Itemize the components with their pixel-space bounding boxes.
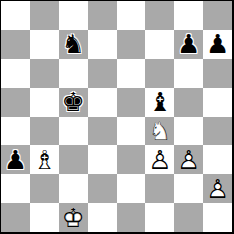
square-g7[interactable]: ♟ — [174, 30, 203, 59]
square-a6[interactable] — [1, 59, 30, 88]
square-b8[interactable] — [30, 1, 59, 30]
piece-fill-layer: ♟ — [174, 30, 203, 59]
square-e4[interactable] — [117, 117, 146, 146]
square-h4[interactable] — [203, 117, 232, 146]
square-f8[interactable] — [145, 1, 174, 30]
square-d8[interactable] — [88, 1, 117, 30]
chess-board: ♞♟♟♚♝♞♘♟♝♗♟♙♟♙♟♙♚♔ — [0, 0, 234, 234]
piece-outline-layer: ♔ — [59, 203, 88, 232]
white-pawn[interactable]: ♟♙ — [145, 145, 174, 174]
square-f6[interactable] — [145, 59, 174, 88]
square-d3[interactable] — [88, 145, 117, 174]
white-pawn[interactable]: ♟♙ — [174, 145, 203, 174]
square-b1[interactable] — [30, 203, 59, 232]
piece-fill-layer: ♞ — [59, 30, 88, 59]
square-h3[interactable] — [203, 145, 232, 174]
square-g1[interactable] — [174, 203, 203, 232]
square-g8[interactable] — [174, 1, 203, 30]
square-g4[interactable] — [174, 117, 203, 146]
piece-fill-layer: ♟ — [1, 145, 30, 174]
square-a8[interactable] — [1, 1, 30, 30]
square-g6[interactable] — [174, 59, 203, 88]
piece-fill-layer: ♟ — [203, 30, 232, 59]
square-a4[interactable] — [1, 117, 30, 146]
square-h2[interactable]: ♟♙ — [203, 174, 232, 203]
black-knight[interactable]: ♞ — [59, 30, 88, 59]
white-bishop[interactable]: ♝♗ — [30, 145, 59, 174]
square-e6[interactable] — [117, 59, 146, 88]
square-a7[interactable] — [1, 30, 30, 59]
black-king[interactable]: ♚ — [59, 88, 88, 117]
black-pawn[interactable]: ♟ — [1, 145, 30, 174]
square-c7[interactable]: ♞ — [59, 30, 88, 59]
white-pawn[interactable]: ♟♙ — [203, 174, 232, 203]
square-c4[interactable] — [59, 117, 88, 146]
square-e5[interactable] — [117, 88, 146, 117]
square-b7[interactable] — [30, 30, 59, 59]
piece-outline-layer: ♘ — [145, 117, 174, 146]
square-b5[interactable] — [30, 88, 59, 117]
square-d6[interactable] — [88, 59, 117, 88]
square-c1[interactable]: ♚♔ — [59, 203, 88, 232]
square-a2[interactable] — [1, 174, 30, 203]
square-a3[interactable]: ♟ — [1, 145, 30, 174]
square-d1[interactable] — [88, 203, 117, 232]
piece-outline-layer: ♙ — [174, 145, 203, 174]
square-g2[interactable] — [174, 174, 203, 203]
square-h8[interactable] — [203, 1, 232, 30]
black-pawn[interactable]: ♟ — [203, 30, 232, 59]
square-b6[interactable] — [30, 59, 59, 88]
square-c3[interactable] — [59, 145, 88, 174]
black-pawn[interactable]: ♟ — [174, 30, 203, 59]
square-e3[interactable] — [117, 145, 146, 174]
square-e1[interactable] — [117, 203, 146, 232]
square-c2[interactable] — [59, 174, 88, 203]
piece-outline-layer: ♙ — [145, 145, 174, 174]
square-b4[interactable] — [30, 117, 59, 146]
square-f7[interactable] — [145, 30, 174, 59]
white-king[interactable]: ♚♔ — [59, 203, 88, 232]
square-h7[interactable]: ♟ — [203, 30, 232, 59]
square-c5[interactable]: ♚ — [59, 88, 88, 117]
square-d4[interactable] — [88, 117, 117, 146]
square-f4[interactable]: ♞♘ — [145, 117, 174, 146]
square-a5[interactable] — [1, 88, 30, 117]
square-b2[interactable] — [30, 174, 59, 203]
square-g3[interactable]: ♟♙ — [174, 145, 203, 174]
piece-outline-layer: ♙ — [203, 174, 232, 203]
square-h6[interactable] — [203, 59, 232, 88]
square-e2[interactable] — [117, 174, 146, 203]
square-d2[interactable] — [88, 174, 117, 203]
square-g5[interactable] — [174, 88, 203, 117]
square-e7[interactable] — [117, 30, 146, 59]
square-f2[interactable] — [145, 174, 174, 203]
square-f3[interactable]: ♟♙ — [145, 145, 174, 174]
square-e8[interactable] — [117, 1, 146, 30]
square-b3[interactable]: ♝♗ — [30, 145, 59, 174]
piece-fill-layer: ♚ — [59, 88, 88, 117]
white-knight[interactable]: ♞♘ — [145, 117, 174, 146]
square-a1[interactable] — [1, 203, 30, 232]
square-d5[interactable] — [88, 88, 117, 117]
black-bishop[interactable]: ♝ — [145, 88, 174, 117]
piece-outline-layer: ♗ — [30, 145, 59, 174]
square-h1[interactable] — [203, 203, 232, 232]
square-c8[interactable] — [59, 1, 88, 30]
piece-fill-layer: ♝ — [145, 88, 174, 117]
square-c6[interactable] — [59, 59, 88, 88]
square-d7[interactable] — [88, 30, 117, 59]
square-f1[interactable] — [145, 203, 174, 232]
square-h5[interactable] — [203, 88, 232, 117]
square-f5[interactable]: ♝ — [145, 88, 174, 117]
